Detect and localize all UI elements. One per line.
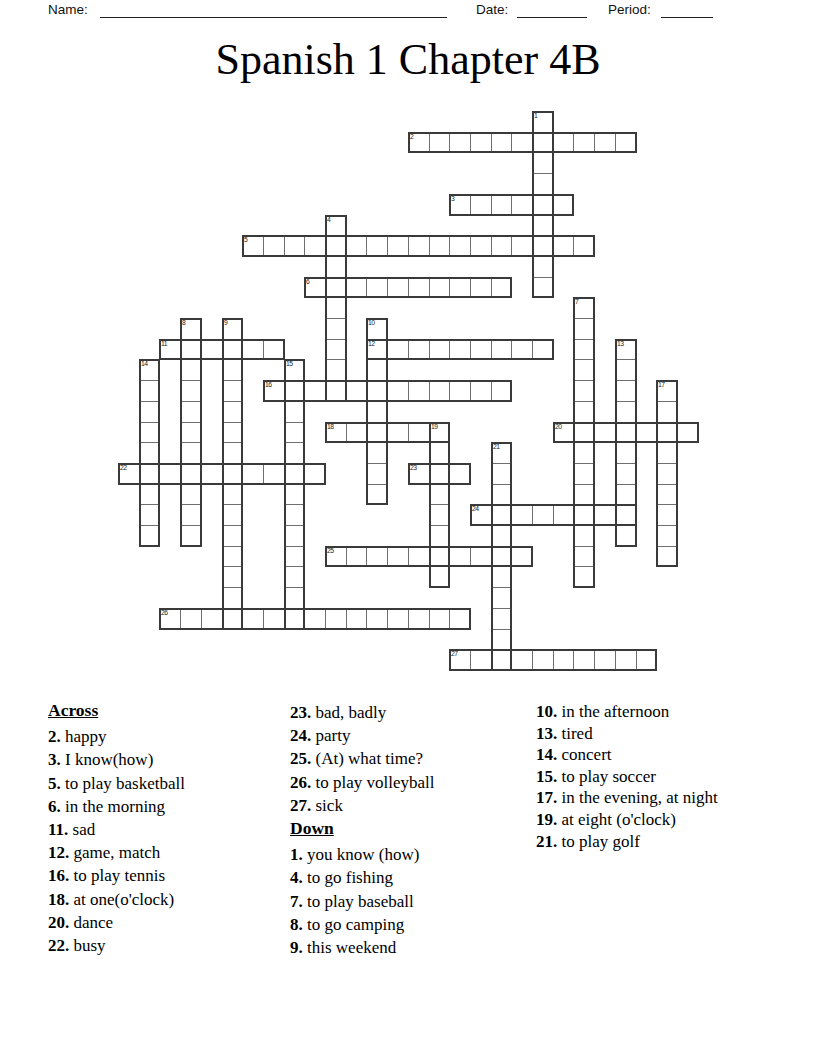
grid-cell[interactable] — [387, 339, 409, 360]
clue-number: 3. — [48, 750, 61, 769]
grid-cell[interactable] — [615, 525, 637, 547]
grid-cell[interactable] — [304, 608, 326, 630]
grid-cell[interactable] — [366, 401, 388, 423]
cell-number: 22 — [120, 464, 127, 471]
grid-cell[interactable] — [222, 525, 243, 547]
cell-number: 8 — [182, 319, 185, 326]
grid-cell[interactable] — [180, 463, 202, 485]
grid-cell[interactable] — [491, 525, 512, 547]
grid-cell[interactable] — [222, 463, 243, 485]
grid-cell[interactable] — [573, 235, 595, 257]
grid-cell[interactable] — [491, 566, 512, 588]
grid-cell[interactable] — [511, 546, 533, 567]
grid-cell[interactable] — [594, 649, 616, 671]
grid-cell[interactable] — [180, 380, 202, 402]
grid-cell[interactable] — [470, 235, 492, 257]
grid-cell[interactable] — [511, 194, 533, 216]
grid-cell[interactable] — [284, 608, 305, 630]
grid-cell[interactable] — [284, 525, 305, 547]
grid-cell[interactable] — [325, 235, 347, 257]
clue-number: 24. — [290, 726, 311, 745]
grid-cell[interactable] — [449, 608, 471, 630]
grid-cell[interactable] — [532, 132, 554, 153]
grid-cell[interactable] — [656, 463, 678, 485]
cell-number: 6 — [306, 278, 309, 285]
name-label: Name: — [48, 2, 88, 17]
grid-cell[interactable] — [615, 484, 637, 505]
grid-cell[interactable] — [470, 546, 492, 567]
grid-cell[interactable] — [387, 546, 409, 567]
grid-cell[interactable] — [449, 463, 471, 485]
grid-cell[interactable] — [553, 649, 574, 671]
grid-cell[interactable] — [387, 422, 409, 443]
grid-cell[interactable] — [366, 380, 388, 402]
cell-number: 18 — [327, 423, 334, 430]
grid-cell[interactable] — [491, 339, 512, 360]
grid-cell[interactable] — [636, 422, 657, 443]
clue-item: 23. bad, badly — [290, 701, 530, 724]
grid-cell[interactable] — [615, 649, 637, 671]
grid-cell[interactable] — [491, 587, 512, 609]
grid-cell[interactable] — [491, 484, 512, 505]
grid-cell[interactable] — [366, 546, 388, 567]
grid-cell[interactable] — [139, 380, 160, 402]
grid-cell[interactable] — [180, 401, 202, 423]
grid-cell[interactable] — [532, 215, 554, 236]
grid-cell[interactable] — [491, 546, 512, 567]
grid-cell[interactable] — [491, 380, 512, 402]
clue-item: 25. (At) what time? — [290, 747, 530, 770]
grid-cell[interactable] — [222, 380, 243, 402]
clue-number: 17. — [536, 788, 557, 807]
clue-item: 3. I know(how) — [48, 748, 283, 771]
clue-item: 24. party — [290, 724, 530, 747]
grid-cell[interactable] — [222, 339, 243, 360]
grid-cell[interactable] — [284, 235, 305, 257]
grid-cell[interactable] — [242, 463, 264, 485]
grid-cell[interactable] — [491, 132, 512, 153]
period-label: Period: — [608, 2, 651, 17]
grid-cell[interactable] — [573, 380, 595, 402]
grid-cell[interactable] — [180, 422, 202, 443]
grid-cell[interactable] — [325, 359, 347, 381]
grid-cell[interactable] — [573, 442, 595, 464]
name-blank-line[interactable] — [100, 3, 447, 18]
grid-cell[interactable] — [449, 380, 471, 402]
grid-cell[interactable] — [284, 422, 305, 443]
clue-item: 16. to play tennis — [48, 864, 283, 887]
grid-cell[interactable] — [325, 380, 347, 402]
grid-cell[interactable] — [449, 277, 471, 298]
grid-cell[interactable] — [429, 339, 450, 360]
cell-number: 12 — [368, 340, 375, 347]
grid-cell[interactable] — [573, 401, 595, 423]
grid-cell[interactable] — [491, 277, 512, 298]
grid-cell[interactable] — [553, 504, 574, 526]
cell-number: 19 — [431, 423, 438, 430]
grid-cell[interactable] — [511, 235, 533, 257]
grid-cell[interactable] — [491, 235, 512, 257]
grid-cell[interactable] — [346, 235, 367, 257]
clue-column-middle: 23. bad, badly24. party25. (At) what tim… — [290, 701, 530, 959]
clue-number: 6. — [48, 797, 61, 816]
grid-cell[interactable] — [284, 442, 305, 464]
grid-cell[interactable] — [449, 235, 471, 257]
grid-cell[interactable] — [222, 546, 243, 567]
cell-number: 4 — [327, 216, 330, 223]
cell-number: 24 — [472, 505, 479, 512]
grid-cell[interactable] — [573, 566, 595, 588]
grid-cell[interactable] — [615, 401, 637, 423]
grid-cell[interactable] — [656, 504, 678, 526]
crossword-grid: 1234567891011121314151617181920212223242… — [118, 111, 698, 671]
clue-item: 20. dance — [48, 911, 283, 934]
grid-cell[interactable] — [284, 484, 305, 505]
across-header: Across — [48, 699, 283, 722]
cell-number: 14 — [141, 360, 148, 367]
grid-cell[interactable] — [222, 422, 243, 443]
worksheet-page: { "game": "crossword", "header": { "name… — [0, 0, 816, 1056]
grid-cell[interactable] — [429, 277, 450, 298]
cell-number: 13 — [617, 340, 624, 347]
grid-cell[interactable] — [491, 504, 512, 526]
grid-cell[interactable] — [429, 132, 450, 153]
grid-cell[interactable] — [284, 463, 305, 485]
puzzle-title: Spanish 1 Chapter 4B — [0, 34, 816, 85]
grid-cell[interactable] — [180, 608, 202, 630]
grid-cell[interactable] — [656, 525, 678, 547]
grid-cell[interactable] — [408, 380, 430, 402]
date-blank-line[interactable] — [517, 3, 587, 18]
grid-cell[interactable] — [201, 339, 223, 360]
cell-number: 11 — [161, 340, 167, 347]
grid-cell[interactable] — [180, 504, 202, 526]
clue-number: 19. — [536, 810, 557, 829]
grid-cell[interactable] — [470, 339, 492, 360]
grid-cell[interactable] — [387, 608, 409, 630]
grid-cell[interactable] — [139, 422, 160, 443]
grid-cell[interactable] — [408, 546, 430, 567]
grid-cell[interactable] — [180, 442, 202, 464]
clue-number: 1. — [290, 845, 303, 864]
grid-cell[interactable] — [573, 484, 595, 505]
grid-cell[interactable] — [242, 339, 264, 360]
grid-cell[interactable] — [346, 277, 367, 298]
down-header: Down — [290, 817, 530, 840]
clue-number: 26. — [290, 773, 311, 792]
grid-cell[interactable] — [139, 463, 160, 485]
clue-item: 6. in the morning — [48, 795, 283, 818]
clue-number: 25. — [290, 749, 311, 768]
grid-cell[interactable] — [222, 359, 243, 381]
grid-cell[interactable] — [532, 504, 554, 526]
grid-cell[interactable] — [180, 339, 202, 360]
grid-cell[interactable] — [429, 463, 450, 485]
grid-cell[interactable] — [470, 277, 492, 298]
clue-number: 7. — [290, 892, 303, 911]
grid-cell[interactable] — [429, 235, 450, 257]
clue-number: 16. — [48, 866, 69, 885]
grid-cell[interactable] — [346, 422, 367, 443]
grid-cell[interactable] — [429, 525, 450, 547]
grid-cell[interactable] — [139, 484, 160, 505]
clue-number: 22. — [48, 936, 69, 955]
clue-number: 11. — [48, 820, 68, 839]
cell-number: 21 — [493, 443, 500, 450]
grid-cell[interactable] — [491, 463, 512, 485]
clue-number: 18. — [48, 890, 69, 909]
grid-cell[interactable] — [139, 442, 160, 464]
grid-cell[interactable] — [366, 484, 388, 505]
clue-item: 2. happy — [48, 725, 283, 748]
grid-cell[interactable] — [222, 587, 243, 609]
grid-cell[interactable] — [470, 380, 492, 402]
grid-cell[interactable] — [201, 608, 223, 630]
grid-cell[interactable] — [553, 132, 574, 153]
grid-cell[interactable] — [346, 546, 367, 567]
grid-cell[interactable] — [284, 546, 305, 567]
clue-item: 1. you know (how) — [290, 843, 530, 866]
grid-cell[interactable] — [573, 339, 595, 360]
grid-cell[interactable] — [325, 608, 347, 630]
grid-cell[interactable] — [284, 566, 305, 588]
cell-number: 25 — [327, 547, 334, 554]
grid-cell[interactable] — [615, 422, 637, 443]
grid-cell[interactable] — [222, 504, 243, 526]
clue-column-across: Across2. happy3. I know(how)5. to play b… — [48, 699, 283, 957]
grid-cell[interactable] — [532, 339, 554, 360]
grid-cell[interactable] — [263, 339, 285, 360]
grid-cell[interactable] — [387, 235, 409, 257]
grid-cell[interactable] — [408, 277, 430, 298]
clue-number: 10. — [536, 702, 557, 721]
grid-cell[interactable] — [429, 442, 450, 464]
clue-item: 21. to play golf — [536, 831, 718, 853]
cell-number: 1 — [534, 112, 537, 119]
grid-cell[interactable] — [304, 463, 326, 485]
grid-cell[interactable] — [511, 649, 533, 671]
grid-cell[interactable] — [511, 339, 533, 360]
grid-cell[interactable] — [636, 649, 657, 671]
grid-cell[interactable] — [408, 235, 430, 257]
grid-cell[interactable] — [222, 442, 243, 464]
grid-cell[interactable] — [470, 649, 492, 671]
grid-cell[interactable] — [573, 132, 595, 153]
clue-item: 14. concert — [536, 744, 718, 766]
grid-cell[interactable] — [304, 235, 326, 257]
grid-cell[interactable] — [532, 256, 554, 278]
grid-cell[interactable] — [304, 380, 326, 402]
grid-cell[interactable] — [594, 504, 616, 526]
grid-cell[interactable] — [366, 235, 388, 257]
grid-cell[interactable] — [180, 525, 202, 547]
grid-cell[interactable] — [656, 546, 678, 567]
grid-cell[interactable] — [366, 422, 388, 443]
grid-cell[interactable] — [284, 504, 305, 526]
grid-cell[interactable] — [573, 422, 595, 443]
grid-cell[interactable] — [594, 132, 616, 153]
clue-item: 12. game, match — [48, 841, 283, 864]
clue-number: 27. — [290, 796, 311, 815]
grid-cell[interactable] — [449, 339, 471, 360]
clue-item: 15. to play soccer — [536, 766, 718, 788]
grid-cell[interactable] — [573, 318, 595, 340]
grid-cell[interactable] — [408, 608, 430, 630]
clue-number: 13. — [536, 724, 557, 743]
clue-item: 26. to play volleyball — [290, 771, 530, 794]
grid-cell[interactable] — [656, 401, 678, 423]
grid-cell[interactable] — [491, 649, 512, 671]
grid-cell[interactable] — [263, 608, 285, 630]
grid-cell[interactable] — [366, 359, 388, 381]
grid-cell[interactable] — [366, 608, 388, 630]
cell-number: 5 — [244, 236, 247, 243]
grid-cell[interactable] — [325, 277, 347, 298]
grid-cell[interactable] — [532, 235, 554, 257]
grid-cell[interactable] — [532, 173, 554, 195]
grid-cell[interactable] — [139, 401, 160, 423]
grid-cell[interactable] — [284, 587, 305, 609]
grid-cell[interactable] — [387, 277, 409, 298]
grid-cell[interactable] — [429, 566, 450, 588]
clue-item: 7. to play baseball — [290, 890, 530, 913]
grid-cell[interactable] — [159, 463, 181, 485]
grid-cell[interactable] — [429, 546, 450, 567]
grid-cell[interactable] — [573, 649, 595, 671]
grid-cell[interactable] — [656, 442, 678, 464]
grid-cell[interactable] — [615, 132, 637, 153]
grid-cell[interactable] — [408, 422, 430, 443]
grid-cell[interactable] — [429, 504, 450, 526]
grid-cell[interactable] — [366, 442, 388, 464]
clue-item: 10. in the afternoon — [536, 701, 718, 723]
clue-number: 8. — [290, 915, 303, 934]
grid-cell[interactable] — [573, 525, 595, 547]
clue-number: 23. — [290, 703, 311, 722]
grid-cell[interactable] — [677, 422, 699, 443]
grid-cell[interactable] — [532, 152, 554, 174]
grid-cell[interactable] — [284, 380, 305, 402]
clue-item: 13. tired — [536, 723, 718, 745]
grid-cell[interactable] — [263, 235, 285, 257]
clue-number: 9. — [290, 938, 303, 957]
grid-cell[interactable] — [325, 297, 347, 319]
grid-cell[interactable] — [222, 566, 243, 588]
grid-cell[interactable] — [325, 339, 347, 360]
grid-cell[interactable] — [615, 380, 637, 402]
grid-cell[interactable] — [615, 442, 637, 464]
grid-cell[interactable] — [139, 525, 160, 547]
grid-cell[interactable] — [180, 359, 202, 381]
grid-cell[interactable] — [242, 608, 264, 630]
clue-number: 2. — [48, 727, 61, 746]
cell-number: 16 — [265, 381, 272, 388]
grid-cell[interactable] — [615, 359, 637, 381]
grid-cell[interactable] — [491, 194, 512, 216]
clue-item: 9. this weekend — [290, 936, 530, 959]
grid-cell[interactable] — [366, 463, 388, 485]
clue-item: 27. sick — [290, 794, 530, 817]
grid-cell[interactable] — [366, 277, 388, 298]
grid-cell[interactable] — [180, 484, 202, 505]
clue-number: 14. — [536, 745, 557, 764]
grid-cell[interactable] — [573, 359, 595, 381]
grid-cell[interactable] — [573, 504, 595, 526]
grid-cell[interactable] — [408, 339, 430, 360]
clue-number: 4. — [290, 868, 303, 887]
clue-item: 4. to go fishing — [290, 866, 530, 889]
clue-item: 11. sad — [48, 818, 283, 841]
grid-cell[interactable] — [532, 194, 554, 216]
grid-cell[interactable] — [429, 380, 450, 402]
grid-cell[interactable] — [201, 463, 223, 485]
grid-cell[interactable] — [346, 608, 367, 630]
grid-cell[interactable] — [594, 422, 616, 443]
grid-cell[interactable] — [325, 318, 347, 340]
grid-cell[interactable] — [139, 504, 160, 526]
clue-number: 12. — [48, 843, 69, 862]
grid-cell[interactable] — [222, 608, 243, 630]
cell-number: 3 — [451, 195, 454, 202]
grid-cell[interactable] — [553, 235, 574, 257]
clue-item: 5. to play basketball — [48, 772, 283, 795]
grid-cell[interactable] — [346, 380, 367, 402]
grid-cell[interactable] — [263, 463, 285, 485]
grid-cell[interactable] — [325, 256, 347, 278]
grid-cell[interactable] — [511, 504, 533, 526]
clue-number: 21. — [536, 832, 557, 851]
grid-cell[interactable] — [491, 629, 512, 650]
clue-number: 15. — [536, 767, 557, 786]
clue-item: 8. to go camping — [290, 913, 530, 936]
grid-cell[interactable] — [656, 422, 678, 443]
clue-item: 17. in the evening, at night — [536, 787, 718, 809]
clue-number: 20. — [48, 913, 69, 932]
grid-cell[interactable] — [429, 484, 450, 505]
clue-item: 22. busy — [48, 934, 283, 957]
cell-number: 9 — [224, 319, 227, 326]
grid-cell[interactable] — [222, 484, 243, 505]
grid-cell[interactable] — [656, 484, 678, 505]
cell-number: 2 — [410, 133, 413, 140]
cell-number: 27 — [451, 650, 458, 657]
date-label: Date: — [476, 2, 508, 17]
grid-cell[interactable] — [532, 277, 554, 298]
grid-cell[interactable] — [429, 608, 450, 630]
grid-cell[interactable] — [553, 194, 574, 216]
grid-cell[interactable] — [615, 504, 637, 526]
grid-cell[interactable] — [470, 132, 492, 153]
cell-number: 17 — [658, 381, 665, 388]
grid-cell[interactable] — [222, 401, 243, 423]
grid-cell[interactable] — [387, 380, 409, 402]
grid-cell[interactable] — [470, 194, 492, 216]
period-blank-line[interactable] — [661, 3, 713, 18]
grid-cell[interactable] — [449, 546, 471, 567]
cell-number: 26 — [161, 609, 168, 616]
grid-cell[interactable] — [532, 649, 554, 671]
clue-item: 19. at eight (o'clock) — [536, 809, 718, 831]
grid-cell[interactable] — [573, 546, 595, 567]
grid-cell[interactable] — [449, 132, 471, 153]
grid-cell[interactable] — [573, 463, 595, 485]
grid-cell[interactable] — [511, 132, 533, 153]
grid-cell[interactable] — [615, 463, 637, 485]
cell-number: 23 — [410, 464, 417, 471]
grid-cell[interactable] — [491, 608, 512, 630]
cell-number: 15 — [286, 360, 293, 367]
grid-cell[interactable] — [284, 401, 305, 423]
